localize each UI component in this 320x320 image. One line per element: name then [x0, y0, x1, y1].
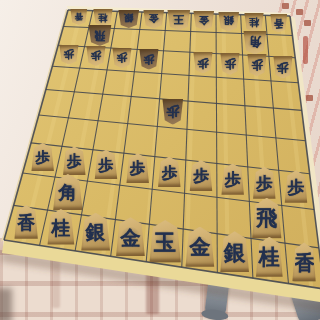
- piece-kanji: 金: [119, 223, 142, 251]
- piece-3a-gote-silver[interactable]: 銀: [218, 12, 240, 31]
- piece-4a-gote-gold[interactable]: 金: [193, 11, 215, 30]
- piece-kanji: 角: [56, 179, 80, 205]
- piece-kanji: 歩: [65, 150, 83, 171]
- piece-kanji: 香: [71, 11, 85, 23]
- pieces-layer: 香桂銀金王金銀桂香飛角歩歩歩歩歩歩歩歩歩歩歩歩歩歩歩歩歩歩角飛香桂銀金玉金銀桂香: [0, 0, 320, 320]
- piece-kanji: 桂: [50, 214, 72, 240]
- piece-1i-sente-lance[interactable]: 香: [292, 242, 316, 281]
- piece-kanji: 桂: [96, 12, 112, 24]
- piece-2g-sente-pawn[interactable]: 歩: [253, 167, 276, 199]
- piece-kanji: 玉: [152, 226, 177, 257]
- piece-4c-gote-pawn[interactable]: 歩: [193, 52, 213, 74]
- piece-9i-sente-lance[interactable]: 香: [14, 205, 38, 239]
- piece-6c-gote-pawn[interactable]: 歩: [139, 49, 159, 70]
- piece-3i-sente-silver[interactable]: 銀: [220, 231, 250, 272]
- piece-1g-sente-pawn[interactable]: 歩: [284, 170, 307, 203]
- piece-kanji: 金: [145, 13, 162, 26]
- piece-6g-sente-pawn[interactable]: 歩: [126, 153, 149, 183]
- piece-3c-gote-pawn[interactable]: 歩: [220, 53, 240, 75]
- piece-1c-gote-pawn[interactable]: 歩: [273, 56, 293, 79]
- piece-2i-sente-knight[interactable]: 桂: [255, 237, 283, 277]
- piece-5i-sente-king[interactable]: 玉: [149, 220, 182, 262]
- piece-kanji: 歩: [160, 161, 178, 183]
- piece-9g-sente-pawn[interactable]: 歩: [31, 143, 54, 171]
- piece-kanji: 歩: [222, 56, 238, 72]
- piece-kanji: 角: [246, 34, 265, 51]
- piece-1a-gote-lance[interactable]: 香: [270, 14, 288, 33]
- piece-kanji: 銀: [223, 237, 246, 266]
- piece-6i-sente-gold[interactable]: 金: [116, 217, 146, 256]
- piece-kanji: 銀: [84, 218, 107, 245]
- piece-kanji: 歩: [276, 59, 292, 75]
- piece-kanji: 金: [195, 14, 212, 28]
- piece-8b-gote-rook[interactable]: 飛: [88, 25, 112, 46]
- piece-kanji: 歩: [255, 171, 273, 194]
- piece-kanji: 歩: [249, 58, 265, 74]
- piece-kanji: 香: [272, 17, 286, 30]
- piece-7g-sente-pawn[interactable]: 歩: [94, 150, 117, 179]
- piece-kanji: 香: [17, 210, 36, 234]
- piece-kanji: 桂: [246, 16, 262, 30]
- piece-kanji: 銀: [220, 15, 237, 29]
- piece-kanji: 飛: [255, 203, 279, 232]
- photo-scene: 香桂銀金王金銀桂香飛角歩歩歩歩歩歩歩歩歩歩歩歩歩歩歩歩歩歩角飛香桂銀金玉金銀桂香: [0, 0, 320, 320]
- piece-kanji: 歩: [129, 157, 147, 178]
- piece-2a-gote-knight[interactable]: 桂: [244, 13, 264, 32]
- piece-kanji: 歩: [287, 175, 305, 198]
- piece-kanji: 歩: [115, 50, 131, 65]
- piece-kanji: 王: [169, 13, 187, 28]
- piece-kanji: 桂: [258, 242, 280, 271]
- piece-4i-sente-gold[interactable]: 金: [185, 227, 215, 267]
- piece-kanji: 歩: [61, 48, 77, 62]
- piece-8h-sente-bishop[interactable]: 角: [53, 174, 84, 210]
- piece-9c-gote-pawn[interactable]: 歩: [59, 45, 79, 65]
- piece-2h-sente-rook[interactable]: 飛: [252, 198, 283, 238]
- piece-kanji: 歩: [34, 147, 52, 167]
- piece-2c-gote-pawn[interactable]: 歩: [247, 54, 267, 76]
- piece-7i-sente-silver[interactable]: 銀: [81, 213, 111, 251]
- piece-kanji: 香: [295, 248, 314, 276]
- piece-kanji: 歩: [88, 49, 104, 63]
- piece-2b-gote-bishop[interactable]: 角: [243, 31, 267, 54]
- piece-kanji: 銀: [120, 12, 137, 25]
- piece-9a-gote-lance[interactable]: 香: [70, 9, 88, 25]
- piece-5e-gote-pawn[interactable]: 歩: [162, 99, 184, 125]
- piece-5g-sente-pawn[interactable]: 歩: [158, 157, 181, 187]
- piece-kanji: 歩: [165, 102, 182, 120]
- piece-kanji: 歩: [142, 52, 158, 67]
- piece-kanji: 歩: [97, 154, 115, 175]
- piece-kanji: 歩: [195, 55, 211, 70]
- piece-5a-gote-king[interactable]: 王: [167, 10, 191, 30]
- piece-7a-gote-silver[interactable]: 銀: [118, 10, 140, 28]
- piece-8i-sente-knight[interactable]: 桂: [47, 209, 75, 245]
- piece-kanji: 歩: [192, 164, 210, 186]
- piece-6a-gote-gold[interactable]: 金: [143, 10, 165, 28]
- piece-3g-sente-pawn[interactable]: 歩: [221, 163, 244, 194]
- piece-8c-gote-pawn[interactable]: 歩: [86, 46, 106, 66]
- piece-8a-gote-knight[interactable]: 桂: [93, 9, 113, 26]
- piece-8g-sente-pawn[interactable]: 歩: [63, 146, 86, 175]
- piece-kanji: 金: [188, 232, 211, 261]
- piece-kanji: 飛: [90, 28, 109, 43]
- piece-7c-gote-pawn[interactable]: 歩: [112, 48, 132, 68]
- piece-4g-sente-pawn[interactable]: 歩: [189, 160, 212, 191]
- piece-kanji: 歩: [224, 168, 242, 191]
